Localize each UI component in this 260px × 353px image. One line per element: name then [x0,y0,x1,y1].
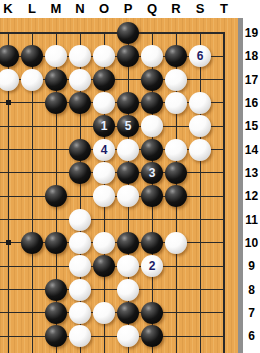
stone-black-L10[interactable] [21,232,43,254]
stone-white-N11[interactable] [69,209,91,231]
stone-black-Q17[interactable] [141,69,163,91]
board-edge-right-shadow [238,18,243,353]
stone-black-M10[interactable] [45,232,67,254]
stone-black-M8[interactable] [45,279,67,301]
move-number-3: 3 [149,166,156,180]
row-label-19: 19 [243,26,260,40]
stone-white-O10[interactable] [93,232,115,254]
grid-line-h-8 [0,289,225,290]
stone-black-P16[interactable] [117,92,139,114]
move-number-5: 5 [125,119,132,133]
stone-black-Q10[interactable] [141,232,163,254]
stone-white-N10[interactable] [69,232,91,254]
grid-line-v-T [223,33,225,353]
stone-white-S14[interactable] [189,139,211,161]
row-label-12: 12 [243,189,260,203]
row-label-13: 13 [243,166,260,180]
column-label-M: M [51,1,62,17]
row-label-9: 9 [243,259,260,273]
stone-black-Q14[interactable] [141,139,163,161]
stone-black-M16[interactable] [45,92,67,114]
column-label-O: O [99,1,109,17]
stone-white-O7[interactable] [93,302,115,324]
column-label-N: N [75,1,84,17]
stone-black-Q16[interactable] [141,92,163,114]
stone-black-Q7[interactable] [141,302,163,324]
stone-white-N17[interactable] [69,69,91,91]
grid-line-v-S [200,33,201,353]
stone-white-N8[interactable] [69,279,91,301]
column-label-L: L [28,1,36,17]
stone-white-N7[interactable] [69,302,91,324]
stone-white-O14[interactable]: 4 [93,139,115,161]
stone-black-O17[interactable] [93,69,115,91]
stone-black-R13[interactable] [165,162,187,184]
stone-white-R16[interactable] [165,92,187,114]
grid-line-h-19 [0,32,225,34]
stone-white-R14[interactable] [165,139,187,161]
move-number-4: 4 [101,143,108,157]
stone-black-N16[interactable] [69,92,91,114]
row-label-17: 17 [243,73,260,87]
stone-white-O13[interactable] [93,162,115,184]
stone-black-N14[interactable] [69,139,91,161]
column-label-Q: Q [147,1,157,17]
grid-line-h-11 [0,219,225,220]
stone-black-M7[interactable] [45,302,67,324]
stone-white-O16[interactable] [93,92,115,114]
stone-white-R17[interactable] [165,69,187,91]
row-label-16: 16 [243,96,260,110]
stone-black-P10[interactable] [117,232,139,254]
stone-black-P7[interactable] [117,302,139,324]
stone-white-S16[interactable] [189,92,211,114]
row-label-8: 8 [243,283,260,297]
go-diagram-screen: KLMNOPQRST 191817161514131211109876 6154… [0,0,260,353]
row-label-14: 14 [243,143,260,157]
stone-white-K17[interactable] [0,69,19,91]
row-label-18: 18 [243,49,260,63]
stone-white-L17[interactable] [21,69,43,91]
go-board[interactable] [0,18,238,353]
move-number-2: 2 [149,259,156,273]
column-label-K: K [3,1,12,17]
row-label-7: 7 [243,306,260,320]
row-label-6: 6 [243,329,260,343]
stone-black-Q13[interactable]: 3 [141,162,163,184]
stone-white-R10[interactable] [165,232,187,254]
star-point-K10 [6,240,11,245]
move-number-1: 1 [101,119,108,133]
column-label-T: T [220,1,228,17]
row-label-10: 10 [243,236,260,250]
column-label-R: R [171,1,180,17]
stone-black-P13[interactable] [117,162,139,184]
row-label-11: 11 [243,213,260,227]
column-label-P: P [124,1,133,17]
star-point-K16 [6,100,11,105]
move-number-6: 6 [197,49,204,63]
stone-black-M17[interactable] [45,69,67,91]
stone-white-P14[interactable] [117,139,139,161]
grid-line-h-6 [0,336,225,337]
stone-black-N13[interactable] [69,162,91,184]
stone-black-P19[interactable] [117,22,139,44]
row-label-15: 15 [243,119,260,133]
column-label-S: S [196,1,205,17]
stone-white-P8[interactable] [117,279,139,301]
